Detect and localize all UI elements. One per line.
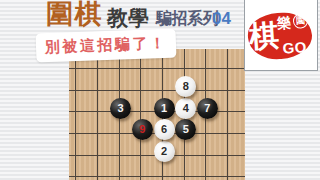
stone-number: 3 (118, 103, 124, 114)
series-label: 騙招系列 (156, 11, 218, 27)
stone-number: 4 (183, 103, 189, 114)
stone-black-7: 7 (197, 98, 218, 119)
thumbnail-page: 圍棋 教學 騙招系列 04 別被這招騙了！ 棋 樂 園 GO 123456789 (0, 0, 320, 180)
stone-white-2: 2 (154, 141, 175, 162)
channel-logo: 棋 樂 園 GO (244, 0, 318, 71)
logo-char-top: 樂 (277, 15, 292, 30)
page-title-main: 圍棋 (46, 0, 103, 28)
stone-number: 1 (161, 103, 167, 114)
callout-text: 別被這招騙了！ (44, 34, 167, 57)
logo-stamp-shape: 棋 樂 園 GO (246, 11, 313, 61)
stone-white-6: 6 (154, 119, 175, 140)
stone-number: 6 (161, 124, 167, 135)
page-title-sub: 教學 (107, 7, 149, 28)
stone-white-4: 4 (175, 98, 196, 119)
go-board: 123456789 (69, 49, 245, 180)
stone-black-3: 3 (110, 98, 131, 119)
stone-number: 2 (161, 146, 167, 157)
stone-number: 8 (183, 81, 189, 92)
stone-number: 7 (204, 103, 210, 114)
logo-char-circle: 園 (293, 13, 309, 29)
stone-number: 9 (139, 124, 145, 135)
logo-char-main: 棋 (248, 20, 280, 52)
stone-black-1: 1 (154, 98, 175, 119)
logo-latin-go: GO (282, 39, 307, 56)
callout-bubble: 別被這招騙了！ (36, 29, 177, 63)
stone-number: 5 (183, 124, 189, 135)
series-number: 04 (212, 10, 231, 27)
